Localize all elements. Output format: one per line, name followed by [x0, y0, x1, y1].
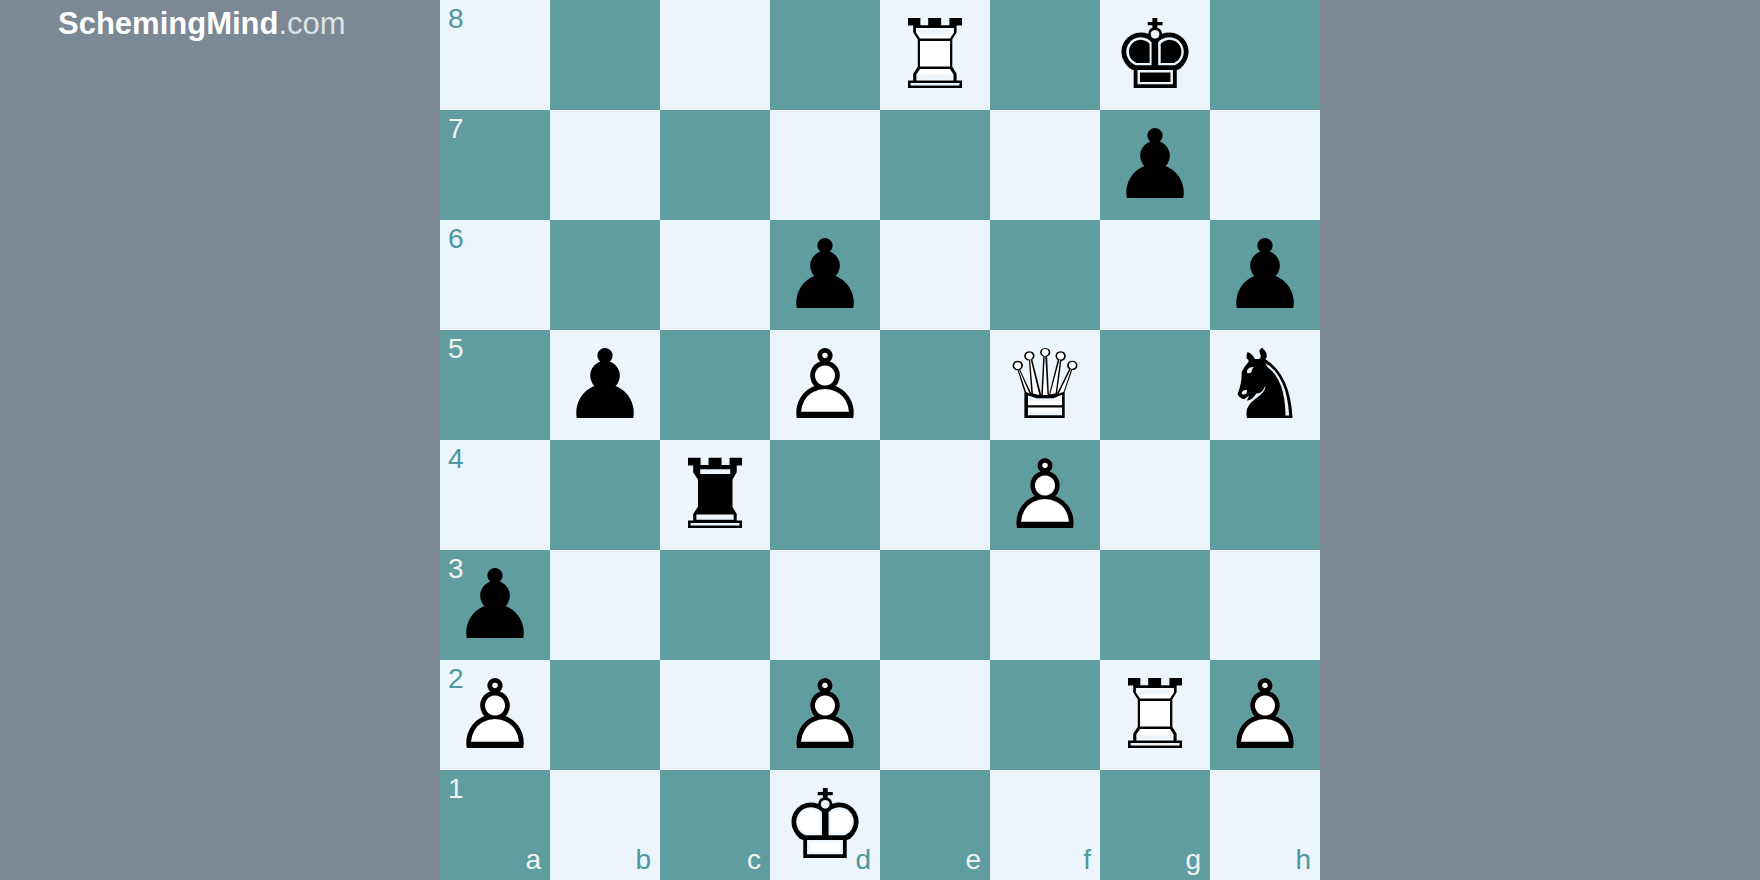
square-e3[interactable]: [880, 550, 990, 660]
black-pawn-glyph: ♟: [770, 220, 880, 330]
square-b8[interactable]: [550, 0, 660, 110]
square-b1[interactable]: b: [550, 770, 660, 880]
square-f3[interactable]: [990, 550, 1100, 660]
rank-label-6: 6: [448, 225, 464, 253]
square-c2[interactable]: [660, 660, 770, 770]
white-king-outline-layer: ♔: [770, 770, 880, 880]
white-pawn: ♟♙: [1210, 660, 1320, 770]
rank-label-5: 5: [448, 335, 464, 363]
file-label-a: a: [525, 846, 541, 874]
square-e1[interactable]: e: [880, 770, 990, 880]
black-knight: ♞: [1210, 330, 1320, 440]
square-g7[interactable]: ♟: [1100, 110, 1210, 220]
square-g8[interactable]: ♚: [1100, 0, 1210, 110]
square-h7[interactable]: [1210, 110, 1320, 220]
square-d5[interactable]: ♟♙: [770, 330, 880, 440]
square-b7[interactable]: [550, 110, 660, 220]
white-queen: ♛♕: [990, 330, 1100, 440]
square-a5[interactable]: 5: [440, 330, 550, 440]
white-rook: ♜♖: [1100, 660, 1210, 770]
white-pawn-outline-layer: ♙: [770, 660, 880, 770]
square-c6[interactable]: [660, 220, 770, 330]
rank-label-4: 4: [448, 445, 464, 473]
square-h8[interactable]: [1210, 0, 1320, 110]
square-e4[interactable]: [880, 440, 990, 550]
square-d2[interactable]: ♟♙: [770, 660, 880, 770]
black-king-glyph: ♚: [1100, 0, 1210, 110]
square-f7[interactable]: [990, 110, 1100, 220]
white-pawn: ♟♙: [770, 330, 880, 440]
square-g1[interactable]: g: [1100, 770, 1210, 880]
square-g2[interactable]: ♜♖: [1100, 660, 1210, 770]
square-d8[interactable]: [770, 0, 880, 110]
square-a2[interactable]: 2♟♙: [440, 660, 550, 770]
white-pawn-outline-layer: ♙: [990, 440, 1100, 550]
square-c5[interactable]: [660, 330, 770, 440]
black-pawn: ♟: [550, 330, 660, 440]
square-g4[interactable]: [1100, 440, 1210, 550]
site-logo[interactable]: SchemingMind.com: [58, 6, 346, 42]
site-logo-name: SchemingMind: [58, 6, 278, 41]
white-pawn: ♟♙: [990, 440, 1100, 550]
square-g6[interactable]: [1100, 220, 1210, 330]
square-h2[interactable]: ♟♙: [1210, 660, 1320, 770]
site-logo-suffix: .com: [278, 6, 345, 41]
square-b4[interactable]: [550, 440, 660, 550]
square-d1[interactable]: d♚♔: [770, 770, 880, 880]
white-pawn-outline-layer: ♙: [1210, 660, 1320, 770]
black-rook-glyph: ♜: [660, 440, 770, 550]
white-queen-outline-layer: ♕: [990, 330, 1100, 440]
black-pawn-glyph: ♟: [1100, 110, 1210, 220]
white-pawn: ♟♙: [440, 660, 550, 770]
square-c3[interactable]: [660, 550, 770, 660]
white-pawn-outline-layer: ♙: [440, 660, 550, 770]
black-pawn: ♟: [770, 220, 880, 330]
square-b5[interactable]: ♟: [550, 330, 660, 440]
black-knight-glyph: ♞: [1210, 330, 1320, 440]
square-g5[interactable]: [1100, 330, 1210, 440]
square-a1[interactable]: 1a: [440, 770, 550, 880]
square-d7[interactable]: [770, 110, 880, 220]
square-a4[interactable]: 4: [440, 440, 550, 550]
black-king: ♚: [1100, 0, 1210, 110]
white-rook-outline-layer: ♖: [1100, 660, 1210, 770]
square-e6[interactable]: [880, 220, 990, 330]
white-rook: ♜♖: [880, 0, 990, 110]
black-pawn-glyph: ♟: [1210, 220, 1320, 330]
file-label-b: b: [635, 846, 651, 874]
rank-label-1: 1: [448, 775, 464, 803]
square-h1[interactable]: h: [1210, 770, 1320, 880]
square-a6[interactable]: 6: [440, 220, 550, 330]
square-f5[interactable]: ♛♕: [990, 330, 1100, 440]
square-f4[interactable]: ♟♙: [990, 440, 1100, 550]
square-d4[interactable]: [770, 440, 880, 550]
square-d6[interactable]: ♟: [770, 220, 880, 330]
square-f2[interactable]: [990, 660, 1100, 770]
square-e8[interactable]: ♜♖: [880, 0, 990, 110]
black-pawn-glyph: ♟: [550, 330, 660, 440]
square-h3[interactable]: [1210, 550, 1320, 660]
page-background: SchemingMind.com 8♜♖♚7♟6♟♟5♟♟♙♛♕♞4♜♟♙3♟2…: [0, 0, 1760, 880]
file-label-e: e: [965, 846, 981, 874]
square-f8[interactable]: [990, 0, 1100, 110]
square-f1[interactable]: f: [990, 770, 1100, 880]
rank-label-8: 8: [448, 5, 464, 33]
chess-board: 8♜♖♚7♟6♟♟5♟♟♙♛♕♞4♜♟♙3♟2♟♙♟♙♜♖♟♙1abcd♚♔ef…: [440, 0, 1320, 880]
square-e5[interactable]: [880, 330, 990, 440]
square-b6[interactable]: [550, 220, 660, 330]
black-pawn-glyph: ♟: [440, 550, 550, 660]
square-e2[interactable]: [880, 660, 990, 770]
square-b2[interactable]: [550, 660, 660, 770]
square-c1[interactable]: c: [660, 770, 770, 880]
square-c7[interactable]: [660, 110, 770, 220]
square-h6[interactable]: ♟: [1210, 220, 1320, 330]
file-label-f: f: [1083, 846, 1091, 874]
file-label-c: c: [747, 846, 761, 874]
square-e7[interactable]: [880, 110, 990, 220]
square-c4[interactable]: ♜: [660, 440, 770, 550]
white-king: ♚♔: [770, 770, 880, 880]
square-f6[interactable]: [990, 220, 1100, 330]
square-a7[interactable]: 7: [440, 110, 550, 220]
file-label-h: h: [1295, 846, 1311, 874]
black-rook: ♜: [660, 440, 770, 550]
white-pawn: ♟♙: [770, 660, 880, 770]
square-h5[interactable]: ♞: [1210, 330, 1320, 440]
square-a3[interactable]: 3♟: [440, 550, 550, 660]
file-label-g: g: [1185, 846, 1201, 874]
square-d3[interactable]: [770, 550, 880, 660]
square-h4[interactable]: [1210, 440, 1320, 550]
black-pawn: ♟: [440, 550, 550, 660]
square-a8[interactable]: 8: [440, 0, 550, 110]
square-c8[interactable]: [660, 0, 770, 110]
white-rook-outline-layer: ♖: [880, 0, 990, 110]
square-g3[interactable]: [1100, 550, 1210, 660]
rank-label-7: 7: [448, 115, 464, 143]
white-pawn-outline-layer: ♙: [770, 330, 880, 440]
square-b3[interactable]: [550, 550, 660, 660]
black-pawn: ♟: [1100, 110, 1210, 220]
black-pawn: ♟: [1210, 220, 1320, 330]
